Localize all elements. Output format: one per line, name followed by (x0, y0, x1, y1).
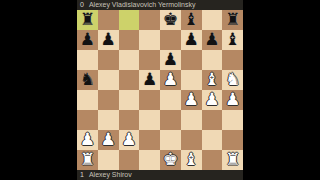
square-f2[interactable] (181, 130, 202, 150)
black-knight[interactable]: ♞ (80, 71, 95, 88)
square-c1[interactable] (119, 150, 140, 170)
square-a1[interactable]: ♜ (77, 150, 98, 170)
square-a6[interactable] (77, 50, 98, 70)
square-g4[interactable]: ♟ (202, 90, 223, 110)
white-king[interactable]: ♚ (163, 151, 178, 168)
bottom-player-bar: 1 Alexey Shirov (77, 170, 243, 180)
black-pawn[interactable]: ♟ (80, 31, 95, 48)
black-pawn[interactable]: ♟ (163, 51, 178, 68)
square-a3[interactable] (77, 110, 98, 130)
square-e6[interactable]: ♟ (160, 50, 181, 70)
square-c3[interactable] (119, 110, 140, 130)
black-pawn[interactable]: ♟ (101, 31, 116, 48)
square-e2[interactable] (160, 130, 181, 150)
square-h7[interactable]: ♝ (222, 30, 243, 50)
square-b8[interactable] (98, 10, 119, 30)
white-bishop[interactable]: ♝ (204, 71, 219, 88)
square-e1[interactable]: ♚ (160, 150, 181, 170)
white-knight[interactable]: ♞ (225, 71, 240, 88)
square-g7[interactable]: ♟ (202, 30, 223, 50)
square-d4[interactable] (139, 90, 160, 110)
white-rook[interactable]: ♜ (80, 151, 95, 168)
square-g2[interactable] (202, 130, 223, 150)
square-h4[interactable]: ♟ (222, 90, 243, 110)
square-a7[interactable]: ♟ (77, 30, 98, 50)
square-e4[interactable] (160, 90, 181, 110)
square-c4[interactable] (119, 90, 140, 110)
square-h6[interactable] (222, 50, 243, 70)
square-g8[interactable] (202, 10, 223, 30)
square-c5[interactable] (119, 70, 140, 90)
square-f1[interactable]: ♝ (181, 150, 202, 170)
white-rook[interactable]: ♜ (225, 151, 240, 168)
black-king[interactable]: ♚ (163, 11, 178, 28)
square-d1[interactable] (139, 150, 160, 170)
white-pawn[interactable]: ♟ (163, 71, 178, 88)
square-b1[interactable] (98, 150, 119, 170)
white-pawn[interactable]: ♟ (121, 131, 136, 148)
square-f3[interactable] (181, 110, 202, 130)
square-c2[interactable]: ♟ (119, 130, 140, 150)
white-pawn[interactable]: ♟ (184, 91, 199, 108)
square-d7[interactable] (139, 30, 160, 50)
square-h1[interactable]: ♜ (222, 150, 243, 170)
square-b2[interactable]: ♟ (98, 130, 119, 150)
square-d6[interactable] (139, 50, 160, 70)
square-h5[interactable]: ♞ (222, 70, 243, 90)
square-d8[interactable] (139, 10, 160, 30)
chess-board[interactable]: ♜♚♝♜♟♟♟♟♝♟♞♟♟♝♞♟♟♟♟♟♟♜♚♝♜ (77, 10, 243, 170)
square-b4[interactable] (98, 90, 119, 110)
square-f4[interactable]: ♟ (181, 90, 202, 110)
square-f6[interactable] (181, 50, 202, 70)
square-a5[interactable]: ♞ (77, 70, 98, 90)
white-pawn[interactable]: ♟ (80, 131, 95, 148)
square-c6[interactable] (119, 50, 140, 70)
square-d5[interactable]: ♟ (139, 70, 160, 90)
black-pawn[interactable]: ♟ (184, 31, 199, 48)
white-pawn[interactable]: ♟ (204, 91, 219, 108)
square-h3[interactable] (222, 110, 243, 130)
square-f7[interactable]: ♟ (181, 30, 202, 50)
square-f5[interactable] (181, 70, 202, 90)
white-bishop[interactable]: ♝ (184, 151, 199, 168)
chess-app-frame: 0 Alexey Vladislavovich Yermolinsky ♜♚♝♜… (0, 0, 320, 180)
square-e3[interactable] (160, 110, 181, 130)
top-player-score: 0 (80, 0, 84, 10)
square-b7[interactable]: ♟ (98, 30, 119, 50)
top-player-name: Alexey Vladislavovich Yermolinsky (89, 0, 196, 10)
top-player-bar: 0 Alexey Vladislavovich Yermolinsky (77, 0, 243, 10)
square-e8[interactable]: ♚ (160, 10, 181, 30)
square-b6[interactable] (98, 50, 119, 70)
black-rook[interactable]: ♜ (80, 11, 95, 28)
bottom-player-name: Alexey Shirov (89, 170, 132, 180)
square-d2[interactable] (139, 130, 160, 150)
square-b5[interactable] (98, 70, 119, 90)
square-g6[interactable] (202, 50, 223, 70)
square-b3[interactable] (98, 110, 119, 130)
square-c8[interactable] (119, 10, 140, 30)
black-pawn[interactable]: ♟ (204, 31, 219, 48)
square-d3[interactable] (139, 110, 160, 130)
bottom-player-score: 1 (80, 170, 84, 180)
square-e5[interactable]: ♟ (160, 70, 181, 90)
square-g1[interactable] (202, 150, 223, 170)
square-h2[interactable] (222, 130, 243, 150)
square-g3[interactable] (202, 110, 223, 130)
square-a8[interactable]: ♜ (77, 10, 98, 30)
black-rook[interactable]: ♜ (225, 11, 240, 28)
square-h8[interactable]: ♜ (222, 10, 243, 30)
square-a4[interactable] (77, 90, 98, 110)
white-pawn[interactable]: ♟ (225, 91, 240, 108)
white-pawn[interactable]: ♟ (101, 131, 116, 148)
square-c7[interactable] (119, 30, 140, 50)
square-e7[interactable] (160, 30, 181, 50)
square-f8[interactable]: ♝ (181, 10, 202, 30)
black-bishop[interactable]: ♝ (225, 31, 240, 48)
black-pawn[interactable]: ♟ (142, 71, 157, 88)
square-a2[interactable]: ♟ (77, 130, 98, 150)
black-bishop[interactable]: ♝ (184, 11, 199, 28)
square-g5[interactable]: ♝ (202, 70, 223, 90)
